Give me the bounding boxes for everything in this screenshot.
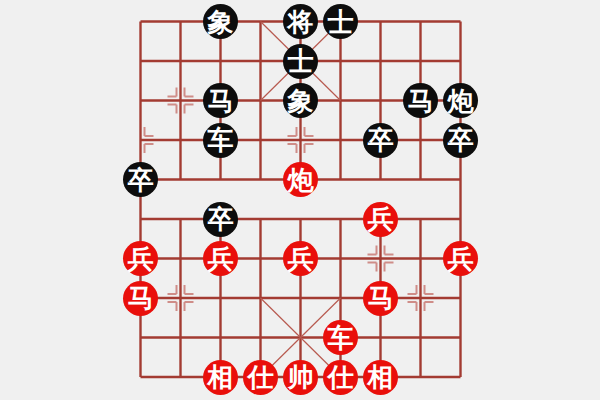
- piece-black-horse[interactable]: 马: [203, 83, 238, 118]
- piece-red-pawn[interactable]: 兵: [443, 241, 478, 276]
- piece-layer: 象将士士马象马炮车卒卒卒炮卒兵兵兵兵兵马马车相仕帅仕相: [121, 2, 481, 397]
- piece-red-pawn[interactable]: 兵: [363, 202, 398, 237]
- piece-red-pawn[interactable]: 兵: [283, 241, 318, 276]
- piece-black-horse[interactable]: 马: [403, 83, 438, 118]
- piece-red-rook[interactable]: 车: [323, 320, 358, 355]
- piece-red-king[interactable]: 帅: [283, 360, 318, 395]
- piece-black-pawn[interactable]: 卒: [363, 123, 398, 158]
- piece-black-king[interactable]: 将: [283, 4, 318, 39]
- piece-red-horse[interactable]: 马: [123, 281, 158, 316]
- xiangqi-board-screenshot: 象将士士马象马炮车卒卒卒炮卒兵兵兵兵兵马马车相仕帅仕相: [0, 0, 600, 400]
- piece-black-pawn[interactable]: 卒: [443, 123, 478, 158]
- piece-red-horse[interactable]: 马: [363, 281, 398, 316]
- piece-black-cannon[interactable]: 炮: [443, 83, 478, 118]
- piece-black-advisor[interactable]: 士: [323, 4, 358, 39]
- piece-black-pawn[interactable]: 卒: [123, 162, 158, 197]
- piece-red-advisor[interactable]: 仕: [243, 360, 278, 395]
- piece-red-pawn[interactable]: 兵: [203, 241, 238, 276]
- piece-black-rook[interactable]: 车: [203, 123, 238, 158]
- piece-red-advisor[interactable]: 仕: [323, 360, 358, 395]
- piece-black-elephant[interactable]: 象: [203, 4, 238, 39]
- piece-black-pawn[interactable]: 卒: [203, 202, 238, 237]
- piece-red-pawn[interactable]: 兵: [123, 241, 158, 276]
- piece-black-advisor[interactable]: 士: [283, 44, 318, 79]
- piece-red-cannon[interactable]: 炮: [283, 162, 318, 197]
- piece-red-elephant[interactable]: 相: [203, 360, 238, 395]
- piece-red-elephant[interactable]: 相: [363, 360, 398, 395]
- piece-black-elephant[interactable]: 象: [283, 83, 318, 118]
